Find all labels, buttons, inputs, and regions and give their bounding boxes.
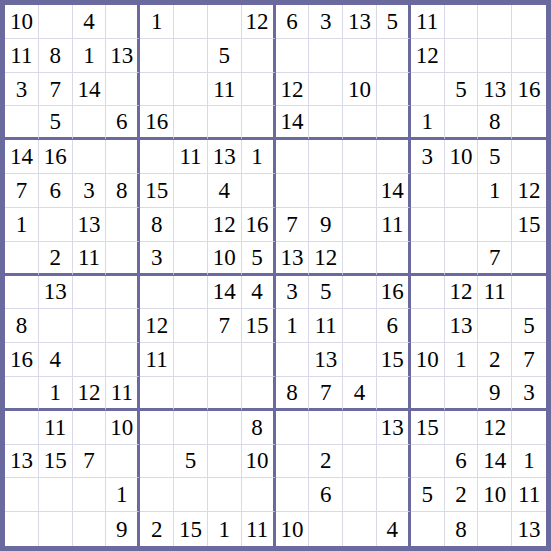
cell-r3c11: 10 [343, 73, 377, 107]
cell-r4c5: 16 [140, 106, 174, 140]
cell-r16c3[interactable] [73, 512, 107, 546]
cell-r9c4[interactable] [106, 276, 140, 310]
cell-r3c1: 3 [5, 73, 39, 107]
cell-r1c8: 12 [242, 5, 276, 39]
cell-r5c11[interactable] [343, 140, 377, 174]
cell-r5c16[interactable] [512, 140, 546, 174]
cell-r16c7: 1 [208, 512, 242, 546]
cell-r15c15: 10 [478, 478, 512, 512]
cell-r4c4: 6 [106, 106, 140, 140]
cell-r1c6[interactable] [174, 5, 208, 39]
cell-r4c8[interactable] [242, 106, 276, 140]
cell-r6c3: 3 [73, 174, 107, 208]
cell-r8c6[interactable] [174, 242, 208, 276]
cell-r4c3[interactable] [73, 106, 107, 140]
cell-r7c4[interactable] [106, 208, 140, 242]
cell-r3c15: 13 [478, 73, 512, 107]
cell-r10c4[interactable] [106, 309, 140, 343]
cell-r12c2: 1 [39, 377, 73, 411]
cell-r3c6[interactable] [174, 73, 208, 107]
cell-r5c6: 11 [174, 140, 208, 174]
cell-r11c6[interactable] [174, 343, 208, 377]
cell-r5c1: 14 [5, 140, 39, 174]
cell-r5c12[interactable] [377, 140, 411, 174]
cell-r10c5: 12 [140, 309, 174, 343]
cell-r10c10: 11 [309, 309, 343, 343]
cell-r1c15[interactable] [478, 5, 512, 39]
cell-r13c4: 10 [106, 411, 140, 445]
cell-r7c12: 11 [377, 208, 411, 242]
cell-r6c14[interactable] [445, 174, 479, 208]
cell-r15c12[interactable] [377, 478, 411, 512]
cell-r7c10: 9 [309, 208, 343, 242]
sudoku-board: 1041126313511118113512371411121051316561… [0, 0, 551, 551]
cell-r6c13[interactable] [411, 174, 445, 208]
cell-r1c12: 5 [377, 5, 411, 39]
cell-r9c9: 3 [276, 276, 310, 310]
cell-r6c1: 7 [5, 174, 39, 208]
cell-r11c14: 1 [445, 343, 479, 377]
cell-r9c6[interactable] [174, 276, 208, 310]
cell-r5c10[interactable] [309, 140, 343, 174]
cell-r8c11[interactable] [343, 242, 377, 276]
cell-r13c9[interactable] [276, 411, 310, 445]
cell-r10c14: 13 [445, 309, 479, 343]
cell-r11c2: 4 [39, 343, 73, 377]
cell-r3c3: 14 [73, 73, 107, 107]
cell-r9c5[interactable] [140, 276, 174, 310]
cell-r2c13: 12 [411, 39, 445, 73]
cell-r13c11[interactable] [343, 411, 377, 445]
cell-r14c11[interactable] [343, 445, 377, 479]
cell-r14c3: 7 [73, 445, 107, 479]
cell-r4c7[interactable] [208, 106, 242, 140]
cell-r2c3: 1 [73, 39, 107, 73]
cell-r4c1[interactable] [5, 106, 39, 140]
cell-r8c16[interactable] [512, 242, 546, 276]
cell-r9c15: 11 [478, 276, 512, 310]
cell-r2c14[interactable] [445, 39, 479, 73]
cell-r2c15[interactable] [478, 39, 512, 73]
cell-r3c14: 5 [445, 73, 479, 107]
cell-r14c2: 15 [39, 445, 73, 479]
cell-r13c3[interactable] [73, 411, 107, 445]
cell-r14c15: 14 [478, 445, 512, 479]
cell-r12c15: 9 [478, 377, 512, 411]
cell-r16c6: 15 [174, 512, 208, 546]
cell-r3c8[interactable] [242, 73, 276, 107]
cell-r4c2: 5 [39, 106, 73, 140]
cell-r8c12[interactable] [377, 242, 411, 276]
cell-r1c13: 11 [411, 5, 445, 39]
cell-r5c14: 10 [445, 140, 479, 174]
cell-r11c10: 13 [309, 343, 343, 377]
cell-r15c7[interactable] [208, 478, 242, 512]
cell-r6c2: 6 [39, 174, 73, 208]
cell-r5c9[interactable] [276, 140, 310, 174]
cell-r8c9: 13 [276, 242, 310, 276]
cell-r11c15: 2 [478, 343, 512, 377]
cell-r6c11[interactable] [343, 174, 377, 208]
cell-r3c13[interactable] [411, 73, 445, 107]
cell-r1c9: 6 [276, 5, 310, 39]
cell-r15c2[interactable] [39, 478, 73, 512]
cell-r13c15: 12 [478, 411, 512, 445]
cell-r7c13[interactable] [411, 208, 445, 242]
cell-r2c2: 8 [39, 39, 73, 73]
cell-r8c15: 7 [478, 242, 512, 276]
cell-r8c2: 2 [39, 242, 73, 276]
cell-r2c11[interactable] [343, 39, 377, 73]
cell-r12c14[interactable] [445, 377, 479, 411]
cell-r11c8[interactable] [242, 343, 276, 377]
cell-r7c14[interactable] [445, 208, 479, 242]
cell-r15c9[interactable] [276, 478, 310, 512]
cell-r2c4: 13 [106, 39, 140, 73]
cell-r10c2[interactable] [39, 309, 73, 343]
cell-r13c8: 8 [242, 411, 276, 445]
cell-r4c11[interactable] [343, 106, 377, 140]
cell-r13c12: 13 [377, 411, 411, 445]
cell-r8c8: 5 [242, 242, 276, 276]
cell-r10c16: 5 [512, 309, 546, 343]
cell-r15c8[interactable] [242, 478, 276, 512]
cell-r3c2: 7 [39, 73, 73, 107]
cell-r9c8: 4 [242, 276, 276, 310]
cell-r7c7: 12 [208, 208, 242, 242]
cell-r16c10[interactable] [309, 512, 343, 546]
cell-r9c3[interactable] [73, 276, 107, 310]
cell-r5c13: 3 [411, 140, 445, 174]
cell-r5c5[interactable] [140, 140, 174, 174]
cell-r16c8: 11 [242, 512, 276, 546]
cell-r12c16: 3 [512, 377, 546, 411]
cell-r14c13[interactable] [411, 445, 445, 479]
cell-r12c6[interactable] [174, 377, 208, 411]
cell-r9c10: 5 [309, 276, 343, 310]
cell-r9c11[interactable] [343, 276, 377, 310]
cell-r1c7[interactable] [208, 5, 242, 39]
cell-r7c8: 16 [242, 208, 276, 242]
cell-r5c3[interactable] [73, 140, 107, 174]
cell-r16c9: 10 [276, 512, 310, 546]
cell-r9c12: 16 [377, 276, 411, 310]
cell-r1c2[interactable] [39, 5, 73, 39]
cell-r14c1: 13 [5, 445, 39, 479]
cell-r10c13[interactable] [411, 309, 445, 343]
cell-r2c9[interactable] [276, 39, 310, 73]
cell-r2c7: 5 [208, 39, 242, 73]
cell-r16c5: 2 [140, 512, 174, 546]
cell-r15c10: 6 [309, 478, 343, 512]
cell-r15c5[interactable] [140, 478, 174, 512]
cell-r2c5[interactable] [140, 39, 174, 73]
cell-r11c13: 10 [411, 343, 445, 377]
cell-r2c16[interactable] [512, 39, 546, 73]
cell-r5c8: 1 [242, 140, 276, 174]
cell-r8c14[interactable] [445, 242, 479, 276]
cell-r2c10[interactable] [309, 39, 343, 73]
cell-r4c13: 1 [411, 106, 445, 140]
cell-r10c3[interactable] [73, 309, 107, 343]
cell-r8c3: 11 [73, 242, 107, 276]
cell-r6c15: 1 [478, 174, 512, 208]
cell-r7c11[interactable] [343, 208, 377, 242]
cell-r15c14: 2 [445, 478, 479, 512]
cell-r7c5: 8 [140, 208, 174, 242]
cell-r14c16: 1 [512, 445, 546, 479]
cell-r6c9[interactable] [276, 174, 310, 208]
cell-r6c8[interactable] [242, 174, 276, 208]
cell-r8c7: 10 [208, 242, 242, 276]
cell-r11c7[interactable] [208, 343, 242, 377]
cell-r7c6[interactable] [174, 208, 208, 242]
cell-r3c10[interactable] [309, 73, 343, 107]
cell-r11c11[interactable] [343, 343, 377, 377]
cell-r16c14: 8 [445, 512, 479, 546]
cell-r8c4[interactable] [106, 242, 140, 276]
cell-r14c5[interactable] [140, 445, 174, 479]
cell-r15c4: 1 [106, 478, 140, 512]
cell-r9c2: 13 [39, 276, 73, 310]
cell-r10c8: 15 [242, 309, 276, 343]
cell-r6c7: 4 [208, 174, 242, 208]
cell-r12c3: 12 [73, 377, 107, 411]
cell-r3c4[interactable] [106, 73, 140, 107]
cell-r5c15: 5 [478, 140, 512, 174]
cell-r13c16[interactable] [512, 411, 546, 445]
cell-r15c11[interactable] [343, 478, 377, 512]
cell-r10c7: 7 [208, 309, 242, 343]
cell-r1c10: 3 [309, 5, 343, 39]
cell-r7c9: 7 [276, 208, 310, 242]
cell-r13c7[interactable] [208, 411, 242, 445]
cell-r6c12: 14 [377, 174, 411, 208]
cell-r14c10: 2 [309, 445, 343, 479]
cell-r10c9: 1 [276, 309, 310, 343]
cell-r5c4[interactable] [106, 140, 140, 174]
cell-r4c9: 14 [276, 106, 310, 140]
cell-r10c15[interactable] [478, 309, 512, 343]
cell-r11c4[interactable] [106, 343, 140, 377]
cell-r16c15[interactable] [478, 512, 512, 546]
cell-r16c2[interactable] [39, 512, 73, 546]
cell-r12c8[interactable] [242, 377, 276, 411]
cell-r16c13[interactable] [411, 512, 445, 546]
cell-r4c16[interactable] [512, 106, 546, 140]
cell-r12c10: 7 [309, 377, 343, 411]
cell-r5c7: 13 [208, 140, 242, 174]
cell-r12c13[interactable] [411, 377, 445, 411]
cell-r6c10[interactable] [309, 174, 343, 208]
cell-r3c5[interactable] [140, 73, 174, 107]
cell-r4c15: 8 [478, 106, 512, 140]
cell-r12c12[interactable] [377, 377, 411, 411]
cell-r10c12: 6 [377, 309, 411, 343]
cell-r5c2: 16 [39, 140, 73, 174]
cell-r12c9: 8 [276, 377, 310, 411]
cell-r1c14[interactable] [445, 5, 479, 39]
cell-r11c3[interactable] [73, 343, 107, 377]
cell-r3c9: 12 [276, 73, 310, 107]
cell-r1c11: 13 [343, 5, 377, 39]
cell-r4c6[interactable] [174, 106, 208, 140]
cell-r1c4[interactable] [106, 5, 140, 39]
cell-r15c13: 5 [411, 478, 445, 512]
cell-r4c12[interactable] [377, 106, 411, 140]
cell-r16c11[interactable] [343, 512, 377, 546]
cell-r8c10: 12 [309, 242, 343, 276]
cell-r11c1: 16 [5, 343, 39, 377]
cell-r12c5[interactable] [140, 377, 174, 411]
cell-r4c14[interactable] [445, 106, 479, 140]
cell-r13c13: 15 [411, 411, 445, 445]
cell-r1c5: 1 [140, 5, 174, 39]
cell-r1c1: 10 [5, 5, 39, 39]
cell-r15c3[interactable] [73, 478, 107, 512]
cell-r14c8: 10 [242, 445, 276, 479]
cell-r6c6[interactable] [174, 174, 208, 208]
cell-r10c6[interactable] [174, 309, 208, 343]
cell-r14c4[interactable] [106, 445, 140, 479]
cell-r13c5[interactable] [140, 411, 174, 445]
cell-r14c6: 5 [174, 445, 208, 479]
cell-r16c4: 9 [106, 512, 140, 546]
cell-r11c5: 11 [140, 343, 174, 377]
cell-r1c16[interactable] [512, 5, 546, 39]
cell-r13c2: 11 [39, 411, 73, 445]
cell-r7c3: 13 [73, 208, 107, 242]
cell-r2c6[interactable] [174, 39, 208, 73]
cell-r4c10[interactable] [309, 106, 343, 140]
cell-r14c9[interactable] [276, 445, 310, 479]
cell-r2c8[interactable] [242, 39, 276, 73]
cell-r13c1[interactable] [5, 411, 39, 445]
cell-r2c1: 11 [5, 39, 39, 73]
cell-r12c1[interactable] [5, 377, 39, 411]
cell-r3c7: 11 [208, 73, 242, 107]
cell-r11c16: 7 [512, 343, 546, 377]
cell-r8c5: 3 [140, 242, 174, 276]
cell-r8c13[interactable] [411, 242, 445, 276]
cell-r14c7[interactable] [208, 445, 242, 479]
cell-r9c14: 12 [445, 276, 479, 310]
cell-r13c14[interactable] [445, 411, 479, 445]
cell-r3c16: 16 [512, 73, 546, 107]
cell-r1c3: 4 [73, 5, 107, 39]
cell-r16c12: 4 [377, 512, 411, 546]
cell-r12c4: 11 [106, 377, 140, 411]
cell-r11c9[interactable] [276, 343, 310, 377]
cell-r11c12: 15 [377, 343, 411, 377]
cell-r2c12[interactable] [377, 39, 411, 73]
cell-r13c10[interactable] [309, 411, 343, 445]
cell-r10c11[interactable] [343, 309, 377, 343]
cell-r14c14: 6 [445, 445, 479, 479]
cell-r7c1: 1 [5, 208, 39, 242]
cell-r6c5: 15 [140, 174, 174, 208]
cell-r15c6[interactable] [174, 478, 208, 512]
cell-r8c1[interactable] [5, 242, 39, 276]
cell-r16c16: 13 [512, 512, 546, 546]
cell-r15c1[interactable] [5, 478, 39, 512]
cell-r15c16: 11 [512, 478, 546, 512]
cell-r16c1[interactable] [5, 512, 39, 546]
cell-r14c12[interactable] [377, 445, 411, 479]
cell-r6c16: 12 [512, 174, 546, 208]
cell-r13c6[interactable] [174, 411, 208, 445]
cell-r6c4: 8 [106, 174, 140, 208]
cell-r9c1[interactable] [5, 276, 39, 310]
cell-r7c15[interactable] [478, 208, 512, 242]
cell-r9c7: 14 [208, 276, 242, 310]
cell-r12c11: 4 [343, 377, 377, 411]
cell-r9c13[interactable] [411, 276, 445, 310]
cell-r9c16[interactable] [512, 276, 546, 310]
cell-r7c16: 15 [512, 208, 546, 242]
cell-r10c1: 8 [5, 309, 39, 343]
cell-r12c7[interactable] [208, 377, 242, 411]
cell-r7c2[interactable] [39, 208, 73, 242]
cell-r3c12[interactable] [377, 73, 411, 107]
